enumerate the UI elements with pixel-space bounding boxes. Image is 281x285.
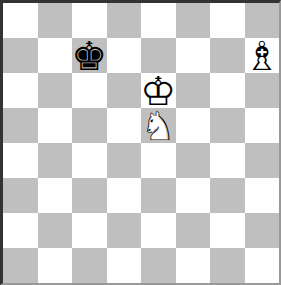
square-b4[interactable] xyxy=(38,143,73,178)
square-a5[interactable] xyxy=(3,108,38,143)
square-e8[interactable] xyxy=(141,3,176,38)
white-knight-fill: ♞ xyxy=(141,108,176,143)
square-e7[interactable] xyxy=(141,38,176,73)
square-d1[interactable] xyxy=(107,248,142,283)
square-a3[interactable] xyxy=(3,178,38,213)
square-c3[interactable] xyxy=(72,178,107,213)
square-g8[interactable] xyxy=(210,3,245,38)
square-g2[interactable] xyxy=(210,213,245,248)
square-h6[interactable] xyxy=(245,73,280,108)
square-d3[interactable] xyxy=(107,178,142,213)
square-a1[interactable] xyxy=(3,248,38,283)
white-knight: ♘ xyxy=(141,108,176,143)
square-g7[interactable] xyxy=(210,38,245,73)
square-d4[interactable] xyxy=(107,143,142,178)
square-c4[interactable] xyxy=(72,143,107,178)
square-g1[interactable] xyxy=(210,248,245,283)
square-b3[interactable] xyxy=(38,178,73,213)
square-d5[interactable] xyxy=(107,108,142,143)
square-f4[interactable] xyxy=(176,143,211,178)
square-f5[interactable] xyxy=(176,108,211,143)
square-d8[interactable] xyxy=(107,3,142,38)
square-f6[interactable] xyxy=(176,73,211,108)
square-e5[interactable]: ♞♘ xyxy=(141,108,176,143)
square-g4[interactable] xyxy=(210,143,245,178)
white-bishop-fill: ♝ xyxy=(245,38,280,73)
square-b5[interactable] xyxy=(38,108,73,143)
square-f8[interactable] xyxy=(176,3,211,38)
square-a4[interactable] xyxy=(3,143,38,178)
chess-board: ♚♝♗♚♔♞♘ xyxy=(3,3,279,283)
square-a7[interactable] xyxy=(3,38,38,73)
square-e6[interactable]: ♚♔ xyxy=(141,73,176,108)
square-b2[interactable] xyxy=(38,213,73,248)
square-c5[interactable] xyxy=(72,108,107,143)
square-d2[interactable] xyxy=(107,213,142,248)
square-c2[interactable] xyxy=(72,213,107,248)
square-h7[interactable]: ♝♗ xyxy=(245,38,280,73)
square-a2[interactable] xyxy=(3,213,38,248)
square-g6[interactable] xyxy=(210,73,245,108)
square-h5[interactable] xyxy=(245,108,280,143)
square-e4[interactable] xyxy=(141,143,176,178)
square-f7[interactable] xyxy=(176,38,211,73)
square-b1[interactable] xyxy=(38,248,73,283)
square-g3[interactable] xyxy=(210,178,245,213)
square-b6[interactable] xyxy=(38,73,73,108)
square-e1[interactable] xyxy=(141,248,176,283)
square-d7[interactable] xyxy=(107,38,142,73)
square-f1[interactable] xyxy=(176,248,211,283)
square-b8[interactable] xyxy=(38,3,73,38)
square-g5[interactable] xyxy=(210,108,245,143)
white-king-fill: ♚ xyxy=(141,73,176,108)
square-c1[interactable] xyxy=(72,248,107,283)
square-h8[interactable] xyxy=(245,3,280,38)
square-h3[interactable] xyxy=(245,178,280,213)
square-f3[interactable] xyxy=(176,178,211,213)
square-d6[interactable] xyxy=(107,73,142,108)
square-e3[interactable] xyxy=(141,178,176,213)
square-e2[interactable] xyxy=(141,213,176,248)
square-f2[interactable] xyxy=(176,213,211,248)
black-king: ♚ xyxy=(72,38,107,73)
square-h2[interactable] xyxy=(245,213,280,248)
square-b7[interactable] xyxy=(38,38,73,73)
square-a8[interactable] xyxy=(3,3,38,38)
square-h4[interactable] xyxy=(245,143,280,178)
square-h1[interactable] xyxy=(245,248,280,283)
white-bishop: ♗ xyxy=(245,38,280,73)
square-a6[interactable] xyxy=(3,73,38,108)
square-c7[interactable]: ♚ xyxy=(72,38,107,73)
chess-board-frame: ♚♝♗♚♔♞♘ xyxy=(0,0,281,285)
square-c8[interactable] xyxy=(72,3,107,38)
white-king: ♔ xyxy=(141,73,176,108)
square-c6[interactable] xyxy=(72,73,107,108)
